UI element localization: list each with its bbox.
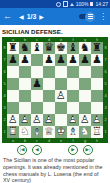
square-b6[interactable] <box>19 66 31 78</box>
back-arrow-button[interactable]: ← <box>3 8 12 25</box>
square-b1[interactable]: ♞♘ <box>19 126 31 138</box>
square-d7[interactable]: ♟ <box>43 54 55 66</box>
square-a7[interactable]: ♟ <box>7 54 19 66</box>
last-move-button[interactable]: ▶| <box>83 145 93 155</box>
white-n-piece: ♘ <box>19 126 31 138</box>
square-g4[interactable] <box>79 90 91 102</box>
square-h4[interactable] <box>91 90 103 102</box>
square-e4[interactable]: ♟♙ <box>55 90 67 102</box>
square-e3[interactable] <box>55 102 67 114</box>
square-a5[interactable] <box>7 78 19 90</box>
rank-label: 3 <box>103 102 108 114</box>
battery-icon <box>90 2 93 7</box>
text-mode-toggle[interactable] <box>79 13 95 20</box>
signal-icon <box>70 3 74 6</box>
square-e1[interactable]: ♚♔ <box>55 126 67 138</box>
black-p-piece: ♟ <box>7 54 19 66</box>
page-navigation: ◀ 1/3 ▶ <box>19 13 44 20</box>
square-c4[interactable] <box>31 90 43 102</box>
rank-label: 5 <box>103 78 108 90</box>
square-b5[interactable] <box>19 78 31 90</box>
file-label: g <box>79 138 91 143</box>
square-b4[interactable] <box>19 90 31 102</box>
square-a1[interactable]: ♜♖ <box>7 126 19 138</box>
square-e7[interactable]: ♟ <box>55 54 67 66</box>
chess-board[interactable]: abcdefgh8♜♞♝♛♚♝♞♜87♟♟♟♟♟♟♟7665♟54♟♙4332♟… <box>2 37 108 143</box>
rank-label: 7 <box>103 54 108 66</box>
black-p-piece: ♟ <box>55 54 67 66</box>
black-p-piece: ♟ <box>19 54 31 66</box>
white-k-piece: ♔ <box>55 126 67 138</box>
square-f4[interactable] <box>67 90 79 102</box>
square-f5[interactable] <box>67 78 79 90</box>
square-d6[interactable] <box>43 66 55 78</box>
board-corner <box>103 138 108 143</box>
white-r-piece: ♖ <box>7 126 19 138</box>
status-bar: 100% 14:27 <box>0 0 110 8</box>
square-f1[interactable]: ♝♗ <box>67 126 79 138</box>
white-b-piece: ♗ <box>31 126 43 138</box>
alarm-icon <box>56 2 61 7</box>
toggle-thumb-list-icon <box>85 12 95 22</box>
square-d5[interactable] <box>43 78 55 90</box>
clock: 14:27 <box>95 1 108 7</box>
square-h1[interactable]: ♜♖ <box>91 126 103 138</box>
square-g5[interactable] <box>79 78 91 90</box>
rank-label: 8 <box>103 42 108 54</box>
square-a4[interactable] <box>7 90 19 102</box>
square-f6[interactable] <box>67 66 79 78</box>
white-p-piece: ♙ <box>55 90 67 102</box>
square-g1[interactable]: ♞♘ <box>79 126 91 138</box>
rank-label: 2 <box>103 114 108 126</box>
black-b-piece: ♝ <box>31 42 43 54</box>
white-r-piece: ♖ <box>91 126 103 138</box>
file-label: f <box>67 138 79 143</box>
square-c1[interactable]: ♝♗ <box>31 126 43 138</box>
chess-board-container: abcdefgh8♜♞♝♛♚♝♞♜87♟♟♟♟♟♟♟7665♟54♟♙4332♟… <box>2 37 108 143</box>
black-p-piece: ♟ <box>31 78 43 90</box>
black-p-piece: ♟ <box>91 54 103 66</box>
file-label: b <box>19 138 31 143</box>
opening-title: SICILIAN DEFENSE. <box>0 25 110 37</box>
square-g7[interactable]: ♟ <box>79 54 91 66</box>
vibrate-icon <box>63 1 68 7</box>
square-c5[interactable]: ♟ <box>31 78 43 90</box>
rank-label: 1 <box>103 126 108 138</box>
opening-description: The Sicilian is one of the most popular … <box>0 156 110 183</box>
square-d1[interactable]: ♛♕ <box>43 126 55 138</box>
overflow-menu-button[interactable]: ⋮ <box>99 8 107 25</box>
move-controls: |◀ ◀ ▶ ▶| <box>0 143 110 156</box>
rank-label: 6 <box>103 66 108 78</box>
white-q-piece: ♕ <box>43 126 55 138</box>
prev-move-button[interactable]: ◀ <box>32 145 42 155</box>
square-c7[interactable] <box>31 54 43 66</box>
file-label: c <box>31 138 43 143</box>
black-p-piece: ♟ <box>79 54 91 66</box>
square-d4[interactable] <box>43 90 55 102</box>
square-h5[interactable] <box>91 78 103 90</box>
square-c8[interactable]: ♝ <box>31 42 43 54</box>
square-a6[interactable] <box>7 66 19 78</box>
square-h7[interactable]: ♟ <box>91 54 103 66</box>
file-label: a <box>7 138 19 143</box>
battery-percent: 100% <box>76 1 89 7</box>
file-label: d <box>43 138 55 143</box>
rank-label: 4 <box>103 90 108 102</box>
black-p-piece: ♟ <box>43 54 55 66</box>
square-b7[interactable]: ♟ <box>19 54 31 66</box>
square-h6[interactable] <box>91 66 103 78</box>
next-move-button[interactable]: ▶ <box>68 145 78 155</box>
square-e6[interactable] <box>55 66 67 78</box>
file-label: h <box>91 138 103 143</box>
page-indicator: 1/3 <box>27 13 37 20</box>
square-f7[interactable]: ♟ <box>67 54 79 66</box>
prev-page-button[interactable]: ◀ <box>19 13 24 20</box>
square-g6[interactable] <box>79 66 91 78</box>
file-label: e <box>55 138 67 143</box>
first-move-button[interactable]: |◀ <box>17 145 27 155</box>
next-page-button[interactable]: ▶ <box>39 13 44 20</box>
toolbar: ← ◀ 1/3 ▶ ⋮ <box>0 8 110 25</box>
black-p-piece: ♟ <box>67 54 79 66</box>
white-b-piece: ♗ <box>67 126 79 138</box>
white-n-piece: ♘ <box>79 126 91 138</box>
